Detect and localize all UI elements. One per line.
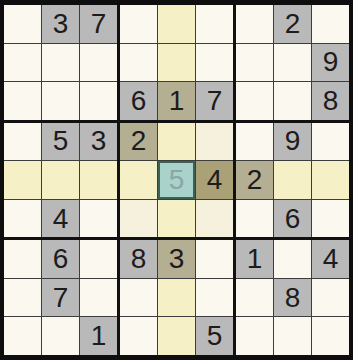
box-9: 148 — [236, 240, 349, 355]
cell-r4c2[interactable]: 5 — [42, 123, 79, 161]
cell-r1c2[interactable]: 3 — [42, 5, 79, 43]
cell-r6c3[interactable] — [80, 200, 117, 238]
box-2: 617 — [120, 5, 233, 120]
cell-r8c3[interactable] — [80, 279, 117, 317]
cell-r4c7[interactable] — [236, 123, 273, 161]
cell-r4c3[interactable]: 3 — [80, 123, 117, 161]
cell-r2c7[interactable] — [236, 44, 273, 82]
box-1: 37 — [4, 5, 117, 120]
cell-r2c5[interactable] — [158, 44, 195, 82]
cell-r5c7[interactable]: 2 — [236, 161, 273, 199]
cell-r6c2[interactable]: 4 — [42, 200, 79, 238]
cell-r5c8[interactable] — [274, 161, 311, 199]
cell-r5c2[interactable] — [42, 161, 79, 199]
cell-r5c9[interactable] — [312, 161, 349, 199]
cell-r5c6[interactable]: 4 — [196, 161, 233, 199]
cell-r4c6[interactable] — [196, 123, 233, 161]
cell-r6c1[interactable] — [4, 200, 41, 238]
cell-r9c9[interactable] — [312, 317, 349, 355]
cell-r8c7[interactable] — [236, 279, 273, 317]
cell-r8c5[interactable] — [158, 279, 195, 317]
cell-r2c3[interactable] — [80, 44, 117, 82]
cell-r3c7[interactable] — [236, 82, 273, 120]
cell-r2c2[interactable] — [42, 44, 79, 82]
cell-r5c4[interactable] — [120, 161, 157, 199]
cell-r7c8[interactable] — [274, 240, 311, 278]
sudoku-app: 37617298534254926671835148 — [0, 0, 353, 360]
cell-r3c2[interactable] — [42, 82, 79, 120]
cell-r7c3[interactable] — [80, 240, 117, 278]
cell-r8c8[interactable]: 8 — [274, 279, 311, 317]
cell-r9c4[interactable] — [120, 317, 157, 355]
box-7: 671 — [4, 240, 117, 355]
box-8: 835 — [120, 240, 233, 355]
cell-r9c6[interactable]: 5 — [196, 317, 233, 355]
cell-r2c1[interactable] — [4, 44, 41, 82]
cell-r6c4[interactable] — [120, 200, 157, 238]
cell-r5c3[interactable] — [80, 161, 117, 199]
box-3: 298 — [236, 5, 349, 120]
cell-r3c4[interactable]: 6 — [120, 82, 157, 120]
cell-r5c5[interactable]: 5 — [158, 161, 195, 199]
box-4: 534 — [4, 123, 117, 238]
cell-r3c3[interactable] — [80, 82, 117, 120]
cell-r1c7[interactable] — [236, 5, 273, 43]
cell-r7c2[interactable]: 6 — [42, 240, 79, 278]
cell-r2c6[interactable] — [196, 44, 233, 82]
cell-r1c5[interactable] — [158, 5, 195, 43]
cell-r1c8[interactable]: 2 — [274, 5, 311, 43]
cell-r1c6[interactable] — [196, 5, 233, 43]
cell-r8c6[interactable] — [196, 279, 233, 317]
cell-r3c5[interactable]: 1 — [158, 82, 195, 120]
cell-r7c4[interactable]: 8 — [120, 240, 157, 278]
cell-r9c8[interactable] — [274, 317, 311, 355]
box-6: 926 — [236, 123, 349, 238]
cell-r1c4[interactable] — [120, 5, 157, 43]
cell-r6c6[interactable] — [196, 200, 233, 238]
cell-r8c2[interactable]: 7 — [42, 279, 79, 317]
cell-r8c1[interactable] — [4, 279, 41, 317]
cell-r8c9[interactable] — [312, 279, 349, 317]
cell-r9c7[interactable] — [236, 317, 273, 355]
cell-r7c1[interactable] — [4, 240, 41, 278]
cell-r7c5[interactable]: 3 — [158, 240, 195, 278]
cell-r1c1[interactable] — [4, 5, 41, 43]
cell-r8c4[interactable] — [120, 279, 157, 317]
cell-r1c3[interactable]: 7 — [80, 5, 117, 43]
cell-r2c8[interactable] — [274, 44, 311, 82]
cell-r2c4[interactable] — [120, 44, 157, 82]
cell-r2c9[interactable]: 9 — [312, 44, 349, 82]
cell-r6c5[interactable] — [158, 200, 195, 238]
cell-r9c3[interactable]: 1 — [80, 317, 117, 355]
box-5: 254 — [120, 123, 233, 238]
cell-r4c4[interactable]: 2 — [120, 123, 157, 161]
cell-r6c7[interactable] — [236, 200, 273, 238]
sudoku-board: 37617298534254926671835148 — [4, 5, 349, 355]
cell-r9c2[interactable] — [42, 317, 79, 355]
cell-r4c5[interactable] — [158, 123, 195, 161]
cell-r6c9[interactable] — [312, 200, 349, 238]
cell-r3c6[interactable]: 7 — [196, 82, 233, 120]
cell-r7c6[interactable] — [196, 240, 233, 278]
cell-r6c8[interactable]: 6 — [274, 200, 311, 238]
cell-r9c1[interactable] — [4, 317, 41, 355]
cell-r4c1[interactable] — [4, 123, 41, 161]
cell-r3c8[interactable] — [274, 82, 311, 120]
cell-r4c8[interactable]: 9 — [274, 123, 311, 161]
cell-r4c9[interactable] — [312, 123, 349, 161]
cell-r1c9[interactable] — [312, 5, 349, 43]
cell-r7c9[interactable]: 4 — [312, 240, 349, 278]
cell-r9c5[interactable] — [158, 317, 195, 355]
cell-r3c1[interactable] — [4, 82, 41, 120]
cell-r7c7[interactable]: 1 — [236, 240, 273, 278]
cell-r5c1[interactable] — [4, 161, 41, 199]
cell-r3c9[interactable]: 8 — [312, 82, 349, 120]
